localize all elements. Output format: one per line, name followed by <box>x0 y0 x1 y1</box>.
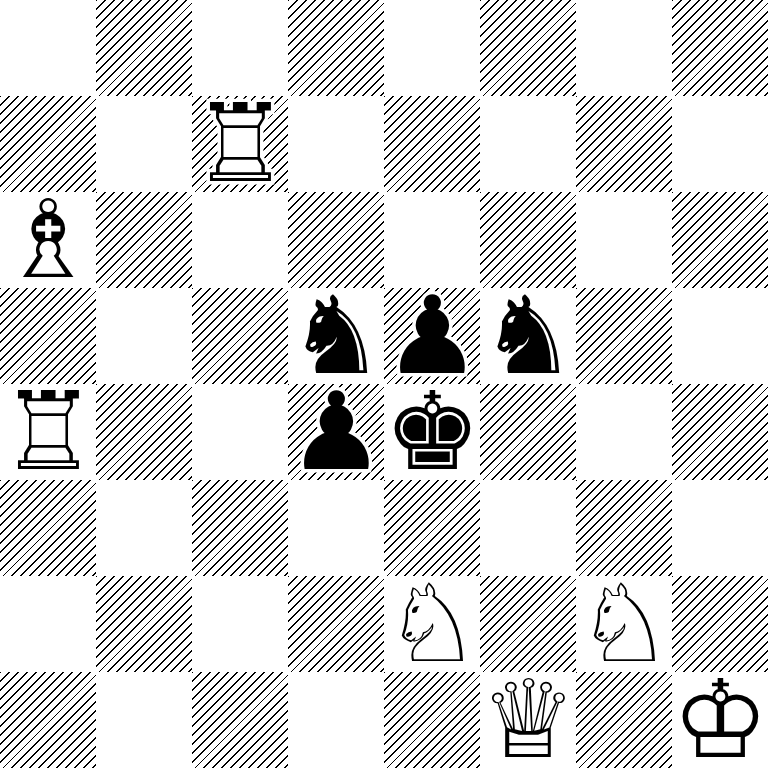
piece-white-knight[interactable]: ♞♘ <box>384 576 480 672</box>
piece-white-rook[interactable]: ♜♖ <box>192 96 288 192</box>
square-b1[interactable] <box>96 672 192 768</box>
square-g4[interactable] <box>576 384 672 480</box>
square-g5[interactable] <box>576 288 672 384</box>
square-c3[interactable] <box>192 480 288 576</box>
square-g7[interactable] <box>576 96 672 192</box>
square-c6[interactable] <box>192 192 288 288</box>
white-knight-icon: ♘ <box>384 576 481 672</box>
black-king-icon: ♚ <box>384 384 481 480</box>
white-rook-icon: ♖ <box>0 384 97 480</box>
square-c1[interactable] <box>192 672 288 768</box>
white-queen-icon: ♕ <box>480 672 577 768</box>
square-c4[interactable] <box>192 384 288 480</box>
square-b6[interactable] <box>96 192 192 288</box>
square-b3[interactable] <box>96 480 192 576</box>
square-a8[interactable] <box>0 0 96 96</box>
square-d4[interactable]: ♟♟ <box>288 384 384 480</box>
square-h4[interactable] <box>672 384 768 480</box>
square-d7[interactable] <box>288 96 384 192</box>
square-a3[interactable] <box>0 480 96 576</box>
piece-black-knight[interactable]: ♞♞ <box>480 288 576 384</box>
square-f7[interactable] <box>480 96 576 192</box>
square-e7[interactable] <box>384 96 480 192</box>
square-f3[interactable] <box>480 480 576 576</box>
square-a6[interactable]: ♝♗ <box>0 192 96 288</box>
square-b8[interactable] <box>96 0 192 96</box>
white-rook-icon: ♖ <box>192 96 289 192</box>
square-g2[interactable]: ♞♘ <box>576 576 672 672</box>
piece-white-bishop[interactable]: ♝♗ <box>0 192 96 288</box>
black-knight-icon: ♞ <box>480 288 577 384</box>
square-f4[interactable] <box>480 384 576 480</box>
piece-white-king[interactable]: ♚♔ <box>672 672 768 768</box>
white-bishop-icon: ♗ <box>0 192 97 288</box>
black-pawn-icon: ♟ <box>288 384 385 480</box>
chess-board: ♜♖♝♗♞♞♟♟♞♞♜♖♟♟♚♚♞♘♞♘♛♕♚♔ <box>0 0 768 768</box>
square-e2[interactable]: ♞♘ <box>384 576 480 672</box>
piece-white-rook[interactable]: ♜♖ <box>0 384 96 480</box>
square-a2[interactable] <box>0 576 96 672</box>
square-h8[interactable] <box>672 0 768 96</box>
square-h3[interactable] <box>672 480 768 576</box>
piece-black-pawn[interactable]: ♟♟ <box>288 384 384 480</box>
square-f1[interactable]: ♛♕ <box>480 672 576 768</box>
square-g1[interactable] <box>576 672 672 768</box>
square-d2[interactable] <box>288 576 384 672</box>
square-g8[interactable] <box>576 0 672 96</box>
piece-black-king[interactable]: ♚♚ <box>384 384 480 480</box>
square-b2[interactable] <box>96 576 192 672</box>
piece-white-knight[interactable]: ♞♘ <box>576 576 672 672</box>
square-e1[interactable] <box>384 672 480 768</box>
square-e8[interactable] <box>384 0 480 96</box>
square-e4[interactable]: ♚♚ <box>384 384 480 480</box>
square-a1[interactable] <box>0 672 96 768</box>
square-b5[interactable] <box>96 288 192 384</box>
square-b4[interactable] <box>96 384 192 480</box>
square-d3[interactable] <box>288 480 384 576</box>
square-c2[interactable] <box>192 576 288 672</box>
square-b7[interactable] <box>96 96 192 192</box>
square-c5[interactable] <box>192 288 288 384</box>
square-a4[interactable]: ♜♖ <box>0 384 96 480</box>
square-d1[interactable] <box>288 672 384 768</box>
square-c7[interactable]: ♜♖ <box>192 96 288 192</box>
piece-white-queen[interactable]: ♛♕ <box>480 672 576 768</box>
white-knight-icon: ♘ <box>576 576 673 672</box>
square-g6[interactable] <box>576 192 672 288</box>
square-f5[interactable]: ♞♞ <box>480 288 576 384</box>
square-d8[interactable] <box>288 0 384 96</box>
square-h6[interactable] <box>672 192 768 288</box>
square-h5[interactable] <box>672 288 768 384</box>
square-f8[interactable] <box>480 0 576 96</box>
square-h1[interactable]: ♚♔ <box>672 672 768 768</box>
square-h7[interactable] <box>672 96 768 192</box>
white-king-icon: ♔ <box>672 672 768 768</box>
